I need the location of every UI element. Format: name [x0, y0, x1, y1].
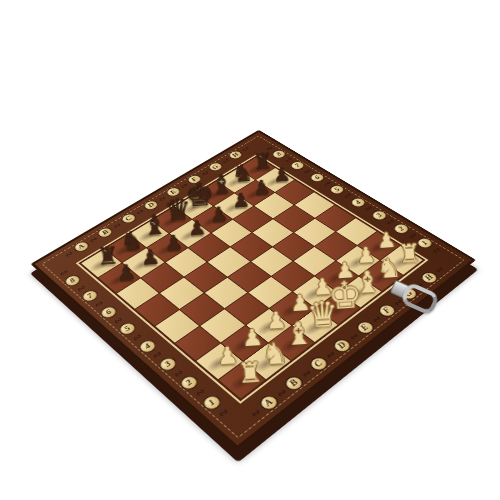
piece-wP-a2[interactable]: ♟ [216, 344, 239, 369]
piece-wB-c1[interactable]: ♝ [284, 318, 314, 351]
piece-bP-a7[interactable]: ♟ [115, 262, 136, 285]
piece-wN-b1[interactable]: ♞ [261, 338, 289, 369]
piece-wR-a1[interactable]: ♜ [237, 359, 263, 388]
frame-ornament: ∾ [369, 314, 383, 324]
scene: ∾A∾B∾C∾D∾E∾F∾G∾H∾ ∾A∾B∾C∾D∾E∾F∾G∾H∾ ∾8∾7… [0, 0, 500, 500]
frame-ornament: ∾ [274, 387, 289, 399]
piece-bP-b7[interactable]: ♟ [140, 247, 160, 269]
frame-ornament: ∾ [347, 331, 361, 342]
product-photo-stage: ∾A∾B∾C∾D∾E∾F∾G∾H∾ ∾A∾B∾C∾D∾E∾F∾G∾H∾ ∾8∾7… [0, 0, 500, 500]
frame-ornament: ∾ [433, 265, 447, 274]
piece-wR-h1[interactable]: ♜ [398, 241, 422, 267]
frame-ornament: ∾ [248, 407, 263, 419]
frame-ornament: ∾ [323, 349, 338, 360]
frame-ornament: ∾ [299, 368, 314, 379]
latch-loop [400, 281, 440, 316]
